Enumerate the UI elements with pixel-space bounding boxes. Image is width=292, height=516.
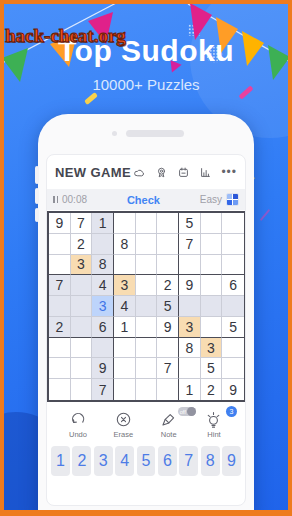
banner-subtitle: 10000+ Puzzles (0, 76, 292, 93)
sudoku-cell-r6c7[interactable]: 3 (179, 317, 201, 338)
sudoku-cell-r6c9[interactable]: 5 (222, 317, 244, 338)
sudoku-cell-r5c7[interactable] (179, 296, 201, 317)
sudoku-board: 971528738743296345261935839757129 (47, 211, 246, 402)
sudoku-cell-r9c4[interactable] (114, 379, 136, 400)
more-icon[interactable]: ••• (221, 167, 237, 177)
sudoku-cell-r3c5[interactable] (136, 255, 158, 276)
sudoku-cell-r7c7[interactable]: 8 (179, 338, 201, 359)
sudoku-cell-r7c9[interactable] (222, 338, 244, 359)
calendar-icon[interactable] (177, 166, 190, 179)
watermark-text: hack-cheat.org (5, 25, 126, 47)
undo-button[interactable]: Undo (61, 411, 95, 439)
sudoku-cell-r3c2[interactable]: 3 (71, 255, 93, 276)
sudoku-cell-r1c4[interactable] (114, 213, 136, 234)
sudoku-cell-r3c4[interactable] (114, 255, 136, 276)
sudoku-cell-r2c3[interactable] (92, 234, 114, 255)
numpad-key-7[interactable]: 7 (179, 446, 198, 476)
status-bar: 00:08 Check Easy (47, 189, 245, 210)
note-pencil-icon (160, 411, 177, 428)
check-button[interactable]: Check (87, 194, 200, 206)
hint-button[interactable]: 3 Hint (197, 411, 231, 439)
sudoku-cell-r1c3[interactable]: 1 (92, 213, 114, 234)
sudoku-cell-r7c6[interactable] (157, 338, 179, 359)
sudoku-cell-r9c2[interactable] (71, 379, 93, 400)
difficulty-label: Easy (200, 194, 222, 205)
sudoku-cell-r6c5[interactable] (136, 317, 158, 338)
sudoku-cell-r4c5[interactable] (136, 275, 158, 296)
sudoku-cell-r3c9[interactable] (222, 255, 244, 276)
phone-volume-button (35, 188, 39, 204)
timer: 00:08 (62, 194, 87, 205)
sudoku-cell-r5c1[interactable] (49, 296, 71, 317)
sudoku-cell-r4c7[interactable]: 9 (179, 275, 201, 296)
sudoku-cell-r6c1[interactable]: 2 (49, 317, 71, 338)
sudoku-cell-r2c2[interactable]: 2 (71, 234, 93, 255)
numpad: 123456789 (51, 446, 241, 476)
sudoku-cell-r3c7[interactable] (179, 255, 201, 276)
sudoku-cell-r7c5[interactable] (136, 338, 158, 359)
sudoku-cell-r2c7[interactable]: 7 (179, 234, 201, 255)
sudoku-cell-r1c7[interactable]: 5 (179, 213, 201, 234)
sudoku-cell-r8c4[interactable] (114, 358, 136, 379)
note-toggle-badge[interactable]: off (178, 407, 196, 416)
sudoku-cell-r2c1[interactable] (49, 234, 71, 255)
sudoku-cell-r3c6[interactable] (157, 255, 179, 276)
sudoku-cell-r1c5[interactable] (136, 213, 158, 234)
sudoku-cell-r9c7[interactable]: 1 (179, 379, 201, 400)
erase-icon (115, 411, 132, 428)
sudoku-cell-r9c8[interactable]: 2 (201, 379, 223, 400)
sudoku-cell-r4c8[interactable] (201, 275, 223, 296)
sudoku-cell-r8c5[interactable] (136, 358, 158, 379)
sudoku-cell-r6c8[interactable] (201, 317, 223, 338)
sudoku-cell-r4c9[interactable]: 6 (222, 275, 244, 296)
numpad-key-9[interactable]: 9 (222, 446, 241, 476)
numpad-key-1[interactable]: 1 (51, 446, 70, 476)
sudoku-cell-r5c6[interactable]: 5 (157, 296, 179, 317)
phone-power-button (35, 208, 39, 222)
sudoku-cell-r4c1[interactable]: 7 (49, 275, 71, 296)
tool-label: Hint (207, 430, 220, 439)
tool-label: Erase (114, 430, 134, 439)
sudoku-cell-r8c1[interactable] (49, 358, 71, 379)
sudoku-cell-r6c2[interactable] (71, 317, 93, 338)
sudoku-cell-r8c6[interactable]: 7 (157, 358, 179, 379)
numpad-key-4[interactable]: 4 (115, 446, 134, 476)
sudoku-cell-r2c9[interactable] (222, 234, 244, 255)
sudoku-cell-r3c3[interactable]: 8 (92, 255, 114, 276)
app-header: NEW GAME (47, 155, 245, 189)
sudoku-cell-r7c2[interactable] (71, 338, 93, 359)
tool-label: Note (161, 430, 177, 439)
sudoku-cell-r7c1[interactable] (49, 338, 71, 359)
tool-label: Undo (69, 430, 87, 439)
numpad-key-3[interactable]: 3 (94, 446, 113, 476)
sudoku-cell-r2c4[interactable]: 8 (114, 234, 136, 255)
cloud-icon[interactable] (133, 166, 146, 179)
sudoku-cell-r4c6[interactable]: 2 (157, 275, 179, 296)
sudoku-cell-r9c9[interactable]: 9 (222, 379, 244, 400)
sudoku-cell-r2c8[interactable] (201, 234, 223, 255)
sudoku-cell-r9c5[interactable] (136, 379, 158, 400)
sudoku-cell-r8c9[interactable] (222, 358, 244, 379)
sudoku-cell-r9c6[interactable] (157, 379, 179, 400)
sudoku-cell-r9c3[interactable]: 7 (92, 379, 114, 400)
medal-icon[interactable] (155, 166, 168, 179)
phone-volume-button (35, 166, 39, 184)
sudoku-cell-r8c8[interactable]: 5 (201, 358, 223, 379)
page-title: NEW GAME (55, 165, 133, 180)
sudoku-cell-r1c1[interactable]: 9 (49, 213, 71, 234)
numpad-key-8[interactable]: 8 (201, 446, 220, 476)
sudoku-cell-r5c5[interactable] (136, 296, 158, 317)
sudoku-cell-r1c9[interactable] (222, 213, 244, 234)
sudoku-cell-r5c2[interactable] (71, 296, 93, 317)
hint-count-badge: 3 (226, 406, 237, 417)
sudoku-cell-r7c3[interactable] (92, 338, 114, 359)
sudoku-cell-r2c6[interactable] (157, 234, 179, 255)
confetti (260, 209, 271, 221)
erase-button[interactable]: Erase (106, 411, 140, 439)
sudoku-cell-r1c2[interactable]: 7 (71, 213, 93, 234)
app-logo-icon (226, 193, 239, 206)
phone-camera-dot (112, 131, 117, 136)
sudoku-cell-r3c1[interactable] (49, 255, 71, 276)
phone-mockup: NEW GAME (38, 114, 254, 516)
sudoku-cell-r5c9[interactable] (222, 296, 244, 317)
numpad-key-2[interactable]: 2 (72, 446, 91, 476)
toolbar: Undo Erase off Note (47, 402, 245, 439)
sudoku-cell-r8c7[interactable] (179, 358, 201, 379)
app-screen: NEW GAME (46, 154, 246, 506)
hint-bulb-icon (205, 411, 222, 428)
sudoku-cell-r6c6[interactable]: 9 (157, 317, 179, 338)
stats-icon[interactable] (199, 166, 212, 179)
sudoku-cell-r4c4[interactable]: 3 (114, 275, 136, 296)
note-button[interactable]: off Note (152, 411, 186, 439)
sudoku-cell-r3c8[interactable] (201, 255, 223, 276)
phone-speaker (126, 130, 184, 137)
sudoku-cell-r4c3[interactable]: 4 (92, 275, 114, 296)
sudoku-cell-r4c2[interactable] (71, 275, 93, 296)
undo-icon (70, 411, 87, 428)
sudoku-cell-r8c3[interactable]: 9 (92, 358, 114, 379)
sudoku-cell-r1c8[interactable] (201, 213, 223, 234)
sudoku-cell-r9c1[interactable] (49, 379, 71, 400)
sudoku-cell-r5c8[interactable] (201, 296, 223, 317)
pause-button[interactable] (53, 196, 58, 203)
sudoku-cell-r5c4[interactable]: 4 (114, 296, 136, 317)
promo-screenshot: Top Sudoku 10000+ Puzzles hack-cheat.org… (0, 0, 292, 516)
sudoku-cell-r6c4[interactable]: 1 (114, 317, 136, 338)
sudoku-cell-r8c2[interactable] (71, 358, 93, 379)
sudoku-cell-r6c3[interactable]: 6 (92, 317, 114, 338)
sudoku-cell-r5c3[interactable]: 3 (92, 296, 114, 317)
numpad-key-5[interactable]: 5 (137, 446, 156, 476)
numpad-key-6[interactable]: 6 (158, 446, 177, 476)
sudoku-cell-r1c6[interactable] (157, 213, 179, 234)
sudoku-cell-r7c8[interactable]: 3 (201, 338, 223, 359)
sudoku-cell-r7c4[interactable] (114, 338, 136, 359)
sudoku-cell-r2c5[interactable] (136, 234, 158, 255)
